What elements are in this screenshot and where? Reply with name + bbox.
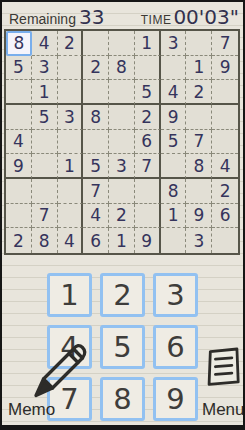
sudoku-cell-r4c5[interactable] bbox=[109, 105, 135, 130]
sudoku-cell-r8c2[interactable]: 7 bbox=[32, 204, 58, 229]
sudoku-cell-r9c5[interactable]: 1 bbox=[109, 228, 135, 253]
sudoku-cell-r7c9[interactable]: 2 bbox=[212, 179, 238, 204]
time-label: TIME bbox=[141, 13, 172, 27]
sudoku-cell-r5c4[interactable] bbox=[83, 130, 109, 155]
sudoku-cell-r3c7[interactable]: 4 bbox=[161, 80, 187, 105]
sudoku-cell-r3c6[interactable]: 5 bbox=[135, 80, 161, 105]
sudoku-cell-r5c2[interactable] bbox=[32, 130, 58, 155]
sudoku-cell-r4c9[interactable] bbox=[212, 105, 238, 130]
pad-button-3[interactable]: 3 bbox=[153, 273, 198, 317]
sudoku-cell-r2c8[interactable]: 1 bbox=[186, 56, 212, 81]
sudoku-cell-r4c4[interactable]: 8 bbox=[83, 105, 109, 130]
sudoku-cell-r5c9[interactable] bbox=[212, 130, 238, 155]
sudoku-cell-r9c7[interactable] bbox=[161, 228, 187, 253]
sudoku-cell-r2c5[interactable]: 8 bbox=[109, 56, 135, 81]
sudoku-cell-r3c5[interactable] bbox=[109, 80, 135, 105]
memo-label: Memo bbox=[8, 400, 55, 420]
sudoku-cell-r7c8[interactable] bbox=[186, 179, 212, 204]
sudoku-cell-r5c8[interactable]: 7 bbox=[186, 130, 212, 155]
sudoku-cell-r7c5[interactable] bbox=[109, 179, 135, 204]
status-bar: Remaining 33 TIME 00'03" bbox=[2, 2, 243, 29]
sudoku-cell-r5c5[interactable] bbox=[109, 130, 135, 155]
sudoku-cell-r7c2[interactable] bbox=[32, 179, 58, 204]
sudoku-cell-r1c4[interactable] bbox=[83, 31, 109, 56]
sudoku-cell-r9c9[interactable] bbox=[212, 228, 238, 253]
pad-button-1[interactable]: 1 bbox=[47, 273, 92, 317]
sudoku-cell-r1c2[interactable]: 4 bbox=[32, 31, 58, 56]
sudoku-cell-r9c2[interactable]: 8 bbox=[32, 228, 58, 253]
sudoku-cell-r2c4[interactable]: 2 bbox=[83, 56, 109, 81]
sudoku-cell-r7c3[interactable] bbox=[58, 179, 84, 204]
remaining-count: 33 bbox=[79, 5, 104, 29]
sudoku-cell-r3c9[interactable] bbox=[212, 80, 238, 105]
pad-button-9[interactable]: 9 bbox=[153, 377, 198, 421]
sudoku-cell-r4c8[interactable] bbox=[186, 105, 212, 130]
sudoku-cell-r9c8[interactable]: 3 bbox=[186, 228, 212, 253]
sudoku-cell-r1c1[interactable]: 8 bbox=[6, 31, 32, 56]
memo-pad-icon bbox=[204, 346, 242, 390]
sudoku-cell-r5c1[interactable]: 4 bbox=[6, 130, 32, 155]
sudoku-cell-r4c1[interactable] bbox=[6, 105, 32, 130]
sudoku-cell-r1c9[interactable]: 7 bbox=[212, 31, 238, 56]
remaining-label: Remaining bbox=[9, 11, 76, 27]
sudoku-grid: 8421375328191542538294657915378478274219… bbox=[4, 29, 240, 255]
sudoku-cell-r1c6[interactable]: 1 bbox=[135, 31, 161, 56]
sudoku-cell-r4c3[interactable]: 3 bbox=[58, 105, 84, 130]
sudoku-cell-r9c4[interactable]: 6 bbox=[83, 228, 109, 253]
sudoku-cell-r1c7[interactable]: 3 bbox=[161, 31, 187, 56]
sudoku-cell-r6c7[interactable] bbox=[161, 154, 187, 179]
sudoku-cell-r5c3[interactable] bbox=[58, 130, 84, 155]
pencil-icon bbox=[30, 340, 96, 400]
pad-button-2[interactable]: 2 bbox=[100, 273, 145, 317]
sudoku-cell-r7c4[interactable]: 7 bbox=[83, 179, 109, 204]
sudoku-cell-r8c1[interactable] bbox=[6, 204, 32, 229]
sudoku-cell-r6c2[interactable] bbox=[32, 154, 58, 179]
sudoku-cell-r2c7[interactable] bbox=[161, 56, 187, 81]
sudoku-cell-r2c2[interactable]: 3 bbox=[32, 56, 58, 81]
sudoku-cell-r4c6[interactable]: 2 bbox=[135, 105, 161, 130]
sudoku-cell-r9c1[interactable]: 2 bbox=[6, 228, 32, 253]
sudoku-cell-r3c2[interactable]: 1 bbox=[32, 80, 58, 105]
sudoku-cell-r6c6[interactable]: 7 bbox=[135, 154, 161, 179]
sudoku-cell-r9c6[interactable]: 9 bbox=[135, 228, 161, 253]
time-value: 00'03" bbox=[173, 5, 239, 29]
sudoku-cell-r4c7[interactable]: 9 bbox=[161, 105, 187, 130]
memo-button[interactable]: Memo bbox=[8, 340, 118, 420]
sudoku-game-screen: Remaining 33 TIME 00'03" 842137532819154… bbox=[0, 0, 245, 430]
sudoku-cell-r2c3[interactable] bbox=[58, 56, 84, 81]
sudoku-cell-r5c6[interactable]: 6 bbox=[135, 130, 161, 155]
sudoku-cell-r7c6[interactable] bbox=[135, 179, 161, 204]
sudoku-cell-r9c3[interactable]: 4 bbox=[58, 228, 84, 253]
sudoku-cell-r7c7[interactable]: 8 bbox=[161, 179, 187, 204]
sudoku-cell-r6c8[interactable]: 8 bbox=[186, 154, 212, 179]
sudoku-cell-r6c9[interactable]: 4 bbox=[212, 154, 238, 179]
sudoku-cell-r2c1[interactable]: 5 bbox=[6, 56, 32, 81]
sudoku-cell-r8c3[interactable] bbox=[58, 204, 84, 229]
sudoku-cell-r3c8[interactable]: 2 bbox=[186, 80, 212, 105]
sudoku-cell-r8c9[interactable]: 6 bbox=[212, 204, 238, 229]
sudoku-cell-r8c5[interactable]: 2 bbox=[109, 204, 135, 229]
sudoku-cell-r6c1[interactable]: 9 bbox=[6, 154, 32, 179]
sudoku-cell-r3c4[interactable] bbox=[83, 80, 109, 105]
menu-button[interactable]: Menu bbox=[202, 346, 244, 420]
sudoku-cell-r4c2[interactable]: 5 bbox=[32, 105, 58, 130]
sudoku-cell-r1c8[interactable] bbox=[186, 31, 212, 56]
sudoku-cell-r6c4[interactable]: 5 bbox=[83, 154, 109, 179]
sudoku-cell-r1c3[interactable]: 2 bbox=[58, 31, 84, 56]
sudoku-cell-r8c7[interactable]: 1 bbox=[161, 204, 187, 229]
sudoku-cell-r8c6[interactable] bbox=[135, 204, 161, 229]
sudoku-cell-r2c9[interactable]: 9 bbox=[212, 56, 238, 81]
sudoku-cell-r6c3[interactable]: 1 bbox=[58, 154, 84, 179]
sudoku-cell-r5c7[interactable]: 5 bbox=[161, 130, 187, 155]
sudoku-cell-r8c8[interactable]: 9 bbox=[186, 204, 212, 229]
sudoku-cell-r2c6[interactable] bbox=[135, 56, 161, 81]
pad-button-6[interactable]: 6 bbox=[153, 325, 198, 369]
sudoku-cell-r3c3[interactable] bbox=[58, 80, 84, 105]
sudoku-cell-r8c4[interactable]: 4 bbox=[83, 204, 109, 229]
sudoku-cell-r1c5[interactable] bbox=[109, 31, 135, 56]
sudoku-cell-r7c1[interactable] bbox=[6, 179, 32, 204]
sudoku-cell-r6c5[interactable]: 3 bbox=[109, 154, 135, 179]
sudoku-cell-r3c1[interactable] bbox=[6, 80, 32, 105]
menu-label: Menu bbox=[202, 400, 245, 420]
